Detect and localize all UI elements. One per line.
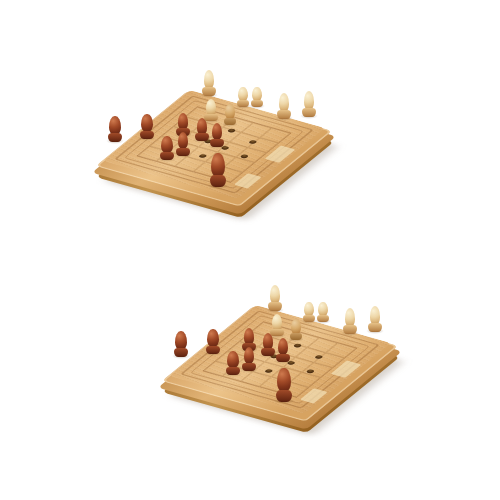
peg-base <box>176 128 189 136</box>
peg-base <box>276 390 293 402</box>
peg-head <box>161 136 172 153</box>
peg-hole <box>198 154 208 159</box>
dark-peg <box>161 136 174 160</box>
peg-base <box>204 114 217 121</box>
grid-cell <box>204 361 235 376</box>
grid-cell <box>265 352 296 367</box>
grid-cell <box>211 127 242 142</box>
product-image-canvas <box>0 0 500 500</box>
peg-head <box>206 99 217 115</box>
grid-cell <box>228 342 259 357</box>
border-groove-outer <box>114 95 314 193</box>
dark-peg <box>211 123 223 147</box>
peg-head <box>141 114 152 132</box>
grid-cell <box>278 382 309 397</box>
grid-cell <box>217 142 248 157</box>
dark-peg <box>262 333 274 356</box>
peg-contact-shadow <box>275 115 292 121</box>
peg-hole <box>314 355 324 360</box>
grid-cell <box>168 142 199 157</box>
dark-peg <box>177 132 189 156</box>
peg-base <box>210 175 227 187</box>
peg-contact-shadow <box>259 352 276 358</box>
wood-inlay-patch <box>234 173 262 188</box>
peg-contact-shadow <box>249 103 265 109</box>
peg-hole <box>269 354 279 359</box>
light-peg <box>238 87 249 107</box>
grid-cell <box>223 117 254 132</box>
peg-head <box>291 319 301 334</box>
peg-base <box>302 108 315 117</box>
peg-base <box>317 315 329 322</box>
grid-cell <box>241 123 272 138</box>
light-peg <box>303 91 315 117</box>
peg-hole <box>220 145 230 150</box>
peg-head <box>345 308 356 327</box>
board-grid <box>136 106 291 182</box>
peg-base <box>270 329 283 336</box>
board-shadow <box>104 106 337 220</box>
light-peg <box>318 302 329 322</box>
peg-base <box>226 367 240 375</box>
grid-cell <box>270 327 301 342</box>
light-peg <box>203 70 215 96</box>
grid-cell <box>150 136 181 151</box>
grid-cell <box>204 112 235 127</box>
peg-base <box>242 343 255 351</box>
peg-contact-shadow <box>235 103 251 109</box>
peg-head <box>227 351 238 368</box>
light-peg <box>344 308 356 334</box>
dark-peg <box>277 368 292 402</box>
peg-contact-shadow <box>300 113 317 119</box>
peg-base <box>268 302 281 311</box>
peg-head <box>318 302 328 316</box>
peg-head <box>304 91 315 110</box>
peg-contact-shadow <box>193 137 210 143</box>
board-rim <box>96 90 333 206</box>
peg-head <box>211 153 224 177</box>
peg-head <box>207 329 218 347</box>
peg-base <box>108 133 122 142</box>
peg-contact-shadow <box>301 318 317 324</box>
grid-cell <box>302 362 333 377</box>
border-groove-inner <box>124 100 304 189</box>
peg-contact-shadow <box>288 336 304 342</box>
peg-contact-shadow <box>240 347 257 353</box>
grid-cell <box>174 117 205 132</box>
peg-head <box>277 368 290 392</box>
grid-cell <box>138 146 169 161</box>
peg-contact-shadow <box>207 183 229 189</box>
grid-cell <box>241 372 272 387</box>
peg-hole <box>292 343 302 348</box>
grid-cell <box>192 122 223 137</box>
peg-head <box>252 87 262 101</box>
product-photo-top <box>0 0 500 500</box>
peg-hole <box>248 140 258 145</box>
peg-head <box>263 333 274 350</box>
peg-hole <box>203 139 213 144</box>
light-peg <box>278 93 290 119</box>
peg-contact-shadow <box>240 367 257 373</box>
board-base-molding <box>162 316 400 433</box>
grid-cell <box>271 367 302 382</box>
grid-cell <box>290 372 321 387</box>
grid-cell <box>253 362 284 377</box>
grid-cell <box>234 357 265 372</box>
peg-contact-shadow <box>158 156 177 162</box>
grid-cell <box>222 366 253 381</box>
peg-head <box>370 306 381 325</box>
peg-contact-shadow <box>266 307 283 313</box>
peg-hole <box>286 360 296 365</box>
peg-base <box>261 348 274 356</box>
peg-head <box>197 118 208 135</box>
tan-peg <box>225 104 236 125</box>
dark-peg <box>109 116 122 142</box>
grid-cell <box>326 343 357 358</box>
board-rim <box>162 305 399 421</box>
wood-inlay-patch <box>331 360 362 377</box>
border-groove-outer <box>180 310 380 408</box>
dark-peg <box>207 329 220 354</box>
grid-cell <box>180 132 211 147</box>
peg-head <box>238 87 248 101</box>
peg-head <box>175 331 186 350</box>
grid-cell <box>186 107 217 122</box>
grid-cell <box>314 353 345 368</box>
peg-base <box>224 118 236 125</box>
peg-base <box>277 110 290 119</box>
peg-contact-shadow <box>315 318 331 324</box>
peg-contact-shadow <box>341 330 358 336</box>
light-peg <box>271 314 283 336</box>
light-peg <box>369 306 381 332</box>
tan-peg <box>291 319 302 340</box>
peg-head <box>272 314 283 330</box>
peg-head <box>244 347 255 364</box>
wood-inlay-patch <box>265 145 296 162</box>
peg-hole <box>226 128 236 133</box>
grid-cell <box>260 128 291 143</box>
board-base-molding <box>96 101 334 218</box>
peg-contact-shadow <box>174 132 191 138</box>
peg-contact-shadow <box>224 371 243 377</box>
grid-cell <box>156 151 187 166</box>
grid-cell <box>295 347 326 362</box>
dark-peg <box>177 113 189 136</box>
peg-head <box>278 338 289 355</box>
dark-peg <box>196 118 208 141</box>
dark-peg <box>141 114 154 139</box>
dark-peg <box>211 153 226 187</box>
grid-cell <box>283 357 314 372</box>
grid-cell <box>307 338 338 353</box>
peg-base <box>140 131 154 140</box>
grid-cell <box>236 147 267 162</box>
peg-contact-shadow <box>138 135 157 141</box>
peg-contact-shadow <box>172 353 191 359</box>
peg-base <box>276 354 289 362</box>
peg-contact-shadow <box>274 358 291 364</box>
peg-head <box>178 132 189 149</box>
board-grid <box>202 321 357 397</box>
peg-head <box>270 285 281 304</box>
grid-cell <box>246 347 277 362</box>
peg-base <box>251 100 263 107</box>
peg-hole <box>213 162 223 167</box>
grid-cell <box>258 337 289 352</box>
peg-head <box>109 116 120 135</box>
peg-hole <box>264 369 274 374</box>
peg-base <box>290 333 302 340</box>
peg-contact-shadow <box>366 328 383 334</box>
dark-peg <box>243 328 255 351</box>
peg-base <box>303 315 315 322</box>
peg-base <box>242 363 255 371</box>
peg-base <box>206 346 220 355</box>
grid-cell <box>175 157 206 172</box>
light-peg <box>304 302 315 322</box>
peg-head <box>212 123 223 140</box>
board-surface <box>169 305 391 414</box>
holes-layer <box>202 321 357 397</box>
grid-cell <box>224 157 255 172</box>
light-peg <box>269 285 281 311</box>
dark-peg <box>277 338 289 362</box>
grid-cell <box>212 167 243 182</box>
peg-contact-shadow <box>222 121 238 127</box>
peg-base <box>160 152 174 160</box>
grid-cell <box>193 162 224 177</box>
grid-cell <box>187 147 218 162</box>
peg-head <box>204 70 215 89</box>
peg-hole <box>279 377 289 382</box>
peg-head <box>244 328 255 345</box>
peg-head <box>304 302 314 316</box>
peg-contact-shadow <box>204 350 223 356</box>
board-surface <box>103 90 325 199</box>
peg-contact-shadow <box>200 92 217 98</box>
peg-contact-shadow <box>268 332 285 338</box>
holes-layer <box>136 106 291 182</box>
peg-head <box>178 113 189 130</box>
board-shadow <box>170 321 403 435</box>
grid-cell <box>248 138 279 153</box>
peg-hole <box>305 369 315 374</box>
peg-contact-shadow <box>208 143 225 149</box>
grid-cell <box>259 377 290 392</box>
peg-base <box>195 133 208 141</box>
light-peg <box>252 87 263 107</box>
board-edge-molding <box>158 310 402 430</box>
peg-contact-shadow <box>106 138 125 144</box>
peg-contact-shadow <box>273 398 295 404</box>
peg-base <box>368 323 381 332</box>
peg-contact-shadow <box>174 152 191 158</box>
peg-base <box>237 100 249 107</box>
dark-peg <box>175 331 188 357</box>
peg-base <box>202 87 215 96</box>
grid-cell <box>199 137 230 152</box>
grid-cell <box>216 351 247 366</box>
grid-cell <box>277 342 308 357</box>
border-groove-inner <box>190 315 370 404</box>
peg-base <box>176 148 189 156</box>
product-photo-bottom <box>0 0 500 500</box>
dark-peg <box>227 351 240 375</box>
peg-hole <box>239 154 249 159</box>
grid-cell <box>240 332 271 347</box>
dark-peg <box>243 347 255 371</box>
peg-base <box>174 348 188 357</box>
grid-cell <box>162 127 193 142</box>
peg-head <box>225 104 235 119</box>
peg-base <box>210 139 223 147</box>
peg-contact-shadow <box>202 117 219 123</box>
grid-cell <box>205 152 236 167</box>
peg-head <box>279 93 290 112</box>
grid-cell <box>289 332 320 347</box>
peg-base <box>343 325 356 334</box>
board-edge-molding <box>92 95 336 215</box>
light-peg <box>205 99 217 121</box>
wood-inlay-patch <box>300 388 328 403</box>
grid-cell <box>252 322 283 337</box>
grid-cell <box>229 132 260 147</box>
